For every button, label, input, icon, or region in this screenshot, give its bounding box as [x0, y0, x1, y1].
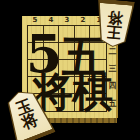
shogi-piece-osho-gote: 王 将: [94, 0, 135, 49]
file-label-2: 2: [75, 16, 91, 25]
piece-char-bottom: 将: [19, 111, 39, 131]
piece-char-bottom: 将: [107, 10, 123, 25]
gogo-shogi-app-icon[interactable]: 5 4 3 2 1 一 二 三 四 五: [0, 0, 140, 140]
piece-face: 王 将: [96, 3, 133, 48]
